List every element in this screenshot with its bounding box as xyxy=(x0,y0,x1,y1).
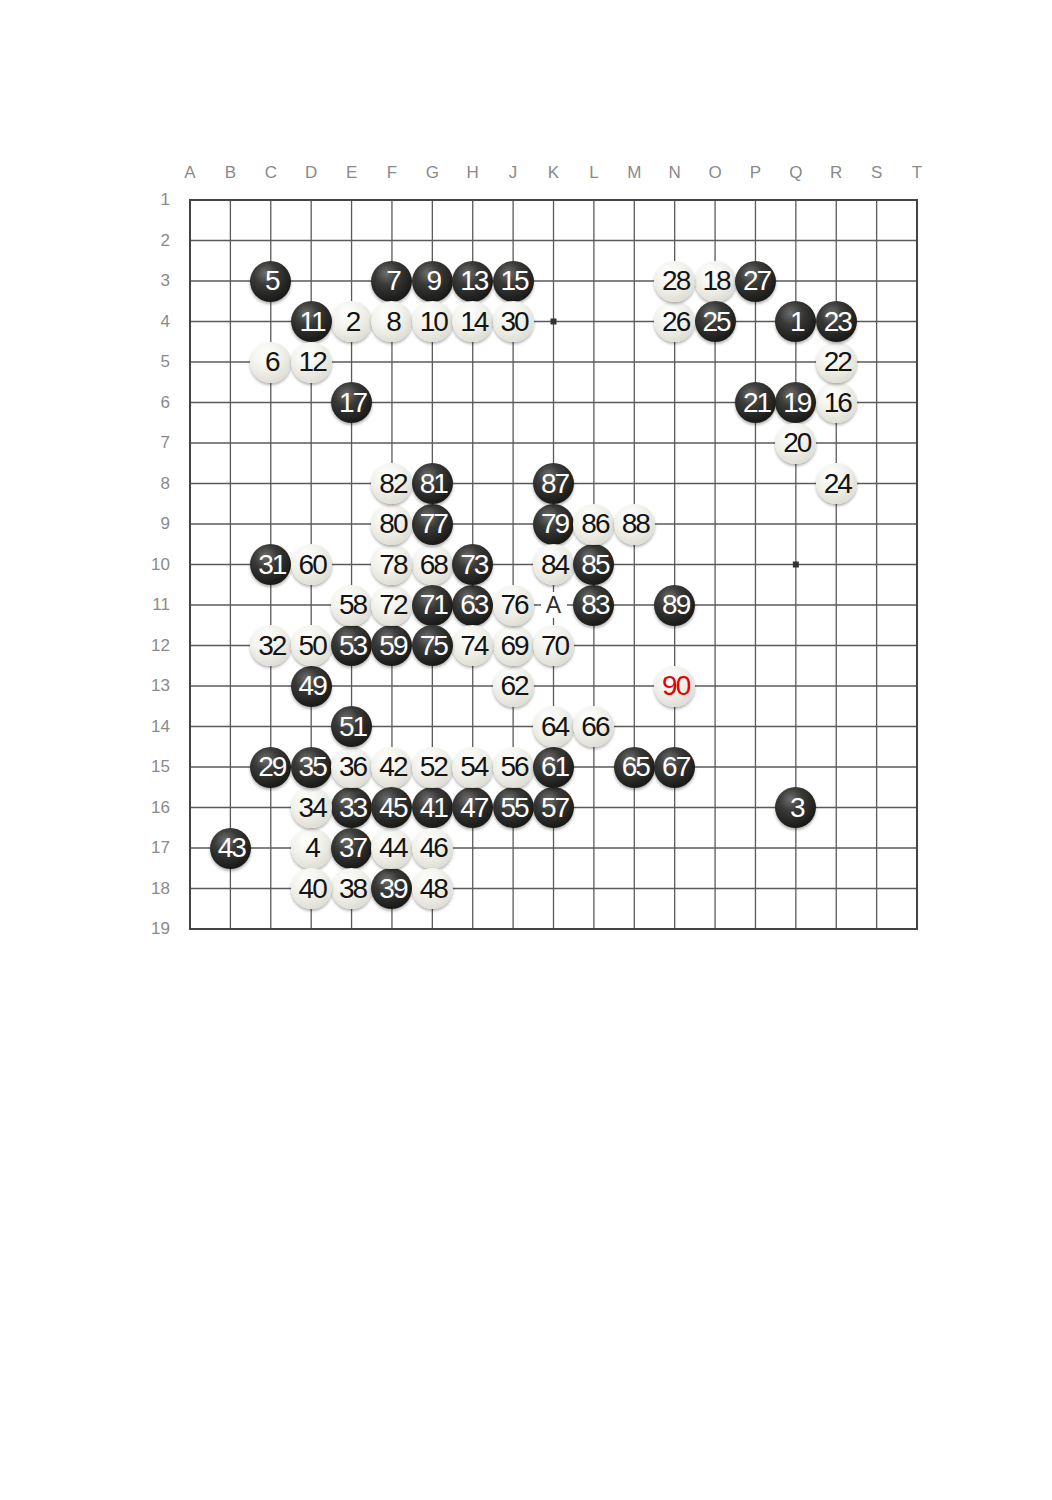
stone-18: 18 xyxy=(695,261,736,302)
stone-57: 57 xyxy=(533,787,574,828)
stone-60: 60 xyxy=(291,544,332,585)
stone-48: 48 xyxy=(412,868,453,909)
stone-68: 68 xyxy=(412,544,453,585)
stone-34: 34 xyxy=(291,787,332,828)
column-label-Q: Q xyxy=(783,164,809,182)
column-label-O: O xyxy=(702,164,728,182)
stone-35: 35 xyxy=(291,747,332,788)
row-label-18: 18 xyxy=(130,880,170,898)
stone-14: 14 xyxy=(452,301,493,342)
stone-64: 64 xyxy=(533,706,574,747)
row-label-13: 13 xyxy=(130,677,170,695)
stone-7: 7 xyxy=(371,261,412,302)
stone-11: 11 xyxy=(291,301,332,342)
stone-23: 23 xyxy=(816,301,857,342)
stone-44: 44 xyxy=(371,828,412,869)
move-number: 74 xyxy=(460,632,487,660)
stone-25: 25 xyxy=(695,301,736,342)
stone-27: 27 xyxy=(735,261,776,302)
move-number: 57 xyxy=(541,794,568,822)
row-label-3: 3 xyxy=(130,272,170,290)
column-label-M: M xyxy=(621,164,647,182)
move-number: 70 xyxy=(541,632,568,660)
move-number: 22 xyxy=(824,348,851,376)
stone-39: 39 xyxy=(371,868,412,909)
move-number: 66 xyxy=(581,713,608,741)
move-number: 55 xyxy=(501,794,528,822)
stone-16: 16 xyxy=(816,382,857,423)
move-number: 72 xyxy=(379,591,406,619)
move-number: 21 xyxy=(743,389,770,417)
move-number: 17 xyxy=(339,389,366,417)
move-number: 85 xyxy=(581,551,608,579)
move-number: 26 xyxy=(662,308,689,336)
stone-73: 73 xyxy=(452,544,493,585)
stone-29: 29 xyxy=(250,747,291,788)
move-number: 88 xyxy=(622,510,649,538)
row-label-5: 5 xyxy=(130,353,170,371)
move-number: 36 xyxy=(339,753,366,781)
move-number: 52 xyxy=(420,753,447,781)
move-number: 37 xyxy=(339,834,366,862)
move-number: 47 xyxy=(460,794,487,822)
move-number: 39 xyxy=(379,875,406,903)
row-label-2: 2 xyxy=(130,232,170,250)
move-number: 34 xyxy=(299,794,326,822)
stone-84: 84 xyxy=(533,544,574,585)
stone-71: 71 xyxy=(412,585,453,626)
row-label-11: 11 xyxy=(130,596,170,614)
stone-77: 77 xyxy=(412,504,453,545)
move-number: 9 xyxy=(427,267,441,295)
move-number: 3 xyxy=(790,794,804,822)
move-number: 44 xyxy=(379,834,406,862)
move-number: 19 xyxy=(783,389,810,417)
move-number: 41 xyxy=(420,794,447,822)
move-number: 45 xyxy=(379,794,406,822)
move-number: 77 xyxy=(420,510,447,538)
stone-2: 2 xyxy=(331,301,372,342)
move-number: 24 xyxy=(824,470,851,498)
stone-63: 63 xyxy=(452,585,493,626)
column-label-T: T xyxy=(904,164,930,182)
stone-4: 4 xyxy=(291,828,332,869)
row-label-1: 1 xyxy=(130,191,170,209)
stone-43: 43 xyxy=(210,828,251,869)
move-number: 63 xyxy=(460,591,487,619)
move-number: 84 xyxy=(541,551,568,579)
column-label-F: F xyxy=(379,164,405,182)
column-label-C: C xyxy=(258,164,284,182)
stone-58: 58 xyxy=(331,585,372,626)
row-label-17: 17 xyxy=(130,839,170,857)
move-number: 20 xyxy=(783,429,810,457)
move-number: 5 xyxy=(265,267,279,295)
kifu-page: ABCDEFGHJKLMNOPQRST 12345678910111213141… xyxy=(0,0,1052,1500)
stone-70: 70 xyxy=(533,625,574,666)
stone-5: 5 xyxy=(250,261,291,302)
move-number: 32 xyxy=(258,632,285,660)
stone-26: 26 xyxy=(654,301,695,342)
move-number: 53 xyxy=(339,632,366,660)
stone-62: 62 xyxy=(493,666,534,707)
stone-87: 87 xyxy=(533,463,574,504)
stone-37: 37 xyxy=(331,828,372,869)
move-number: 8 xyxy=(386,308,400,336)
move-number: 71 xyxy=(420,591,447,619)
column-label-R: R xyxy=(823,164,849,182)
row-label-19: 19 xyxy=(130,920,170,938)
move-number: 48 xyxy=(420,875,447,903)
stone-38: 38 xyxy=(331,868,372,909)
move-number: 69 xyxy=(501,632,528,660)
column-label-L: L xyxy=(581,164,607,182)
column-label-H: H xyxy=(460,164,486,182)
move-number: 50 xyxy=(299,632,326,660)
star-point-Q10 xyxy=(793,562,799,568)
stone-12: 12 xyxy=(291,342,332,383)
move-number: 79 xyxy=(541,510,568,538)
move-number: 65 xyxy=(622,753,649,781)
stone-89: 89 xyxy=(654,585,695,626)
move-number: 54 xyxy=(460,753,487,781)
move-number: 33 xyxy=(339,794,366,822)
move-number: 14 xyxy=(460,308,487,336)
stone-86: 86 xyxy=(573,504,614,545)
stone-50: 50 xyxy=(291,625,332,666)
move-number: 56 xyxy=(501,753,528,781)
stone-90: 90 xyxy=(654,666,695,707)
row-label-7: 7 xyxy=(130,434,170,452)
row-label-8: 8 xyxy=(130,475,170,493)
row-label-9: 9 xyxy=(130,515,170,533)
move-number: 23 xyxy=(824,308,851,336)
move-number: 4 xyxy=(305,834,319,862)
move-number: 38 xyxy=(339,875,366,903)
move-number: 6 xyxy=(265,348,279,376)
move-number: 90 xyxy=(662,672,689,700)
stone-75: 75 xyxy=(412,625,453,666)
move-number: 76 xyxy=(501,591,528,619)
stone-45: 45 xyxy=(371,787,412,828)
stone-9: 9 xyxy=(412,261,453,302)
stone-61: 61 xyxy=(533,747,574,788)
move-number: 1 xyxy=(790,308,804,336)
stone-47: 47 xyxy=(452,787,493,828)
row-label-16: 16 xyxy=(130,799,170,817)
stone-28: 28 xyxy=(654,261,695,302)
stone-22: 22 xyxy=(816,342,857,383)
stone-20: 20 xyxy=(775,423,816,464)
row-label-10: 10 xyxy=(130,556,170,574)
stone-83: 83 xyxy=(573,585,614,626)
move-number: 13 xyxy=(460,267,487,295)
stone-72: 72 xyxy=(371,585,412,626)
stone-13: 13 xyxy=(452,261,493,302)
point-label-A: A xyxy=(541,592,567,618)
move-number: 28 xyxy=(662,267,689,295)
stone-78: 78 xyxy=(371,544,412,585)
stone-41: 41 xyxy=(412,787,453,828)
move-number: 80 xyxy=(379,510,406,538)
stone-17: 17 xyxy=(331,382,372,423)
move-number: 25 xyxy=(702,308,729,336)
stone-55: 55 xyxy=(493,787,534,828)
stone-88: 88 xyxy=(614,504,655,545)
row-label-14: 14 xyxy=(130,718,170,736)
stone-54: 54 xyxy=(452,747,493,788)
row-label-4: 4 xyxy=(130,313,170,331)
stone-42: 42 xyxy=(371,747,412,788)
move-number: 75 xyxy=(420,632,447,660)
stone-36: 36 xyxy=(331,747,372,788)
stone-10: 10 xyxy=(412,301,453,342)
stone-65: 65 xyxy=(614,747,655,788)
column-label-D: D xyxy=(298,164,324,182)
move-number: 60 xyxy=(299,551,326,579)
move-number: 16 xyxy=(824,389,851,417)
stone-79: 79 xyxy=(533,504,574,545)
row-label-12: 12 xyxy=(130,637,170,655)
stone-80: 80 xyxy=(371,504,412,545)
move-number: 12 xyxy=(299,348,326,376)
move-number: 64 xyxy=(541,713,568,741)
move-number: 46 xyxy=(420,834,447,862)
move-number: 10 xyxy=(420,308,447,336)
move-number: 59 xyxy=(379,632,406,660)
move-number: 61 xyxy=(541,753,568,781)
move-number: 18 xyxy=(702,267,729,295)
column-label-P: P xyxy=(742,164,768,182)
star-point-K4 xyxy=(551,319,557,325)
move-number: 7 xyxy=(386,267,400,295)
stone-6: 6 xyxy=(250,342,291,383)
move-number: 62 xyxy=(501,672,528,700)
stone-33: 33 xyxy=(331,787,372,828)
move-number: 83 xyxy=(581,591,608,619)
move-number: 42 xyxy=(379,753,406,781)
stone-76: 76 xyxy=(493,585,534,626)
column-label-K: K xyxy=(541,164,567,182)
move-number: 73 xyxy=(460,551,487,579)
move-number: 35 xyxy=(299,753,326,781)
move-number: 58 xyxy=(339,591,366,619)
move-number: 30 xyxy=(501,308,528,336)
move-number: 89 xyxy=(662,591,689,619)
stone-81: 81 xyxy=(412,463,453,504)
move-number: 15 xyxy=(501,267,528,295)
column-label-N: N xyxy=(662,164,688,182)
column-label-A: A xyxy=(177,164,203,182)
stone-53: 53 xyxy=(331,625,372,666)
stone-69: 69 xyxy=(493,625,534,666)
stone-52: 52 xyxy=(412,747,453,788)
move-number: 40 xyxy=(299,875,326,903)
move-number: 78 xyxy=(379,551,406,579)
stone-24: 24 xyxy=(816,463,857,504)
column-label-J: J xyxy=(500,164,526,182)
move-number: 11 xyxy=(300,308,325,336)
stone-67: 67 xyxy=(654,747,695,788)
move-number: 68 xyxy=(420,551,447,579)
move-number: 49 xyxy=(299,672,326,700)
stone-21: 21 xyxy=(735,382,776,423)
move-number: 2 xyxy=(346,308,360,336)
stone-40: 40 xyxy=(291,868,332,909)
stone-46: 46 xyxy=(412,828,453,869)
row-label-6: 6 xyxy=(130,394,170,412)
column-label-E: E xyxy=(339,164,365,182)
move-number: 51 xyxy=(339,713,366,741)
move-number: 29 xyxy=(258,753,285,781)
move-number: 86 xyxy=(581,510,608,538)
move-number: 82 xyxy=(379,470,406,498)
stone-56: 56 xyxy=(493,747,534,788)
move-number: 81 xyxy=(420,470,447,498)
move-number: 31 xyxy=(258,551,285,579)
column-label-G: G xyxy=(419,164,445,182)
move-number: 67 xyxy=(662,753,689,781)
stone-74: 74 xyxy=(452,625,493,666)
stone-15: 15 xyxy=(493,261,534,302)
stone-51: 51 xyxy=(331,706,372,747)
move-number: 87 xyxy=(541,470,568,498)
stone-31: 31 xyxy=(250,544,291,585)
stone-49: 49 xyxy=(291,666,332,707)
stone-32: 32 xyxy=(250,625,291,666)
column-label-B: B xyxy=(217,164,243,182)
move-number: 27 xyxy=(743,267,770,295)
column-label-S: S xyxy=(864,164,890,182)
stone-30: 30 xyxy=(493,301,534,342)
row-label-15: 15 xyxy=(130,758,170,776)
stone-59: 59 xyxy=(371,625,412,666)
stone-82: 82 xyxy=(371,463,412,504)
move-number: 43 xyxy=(218,834,245,862)
